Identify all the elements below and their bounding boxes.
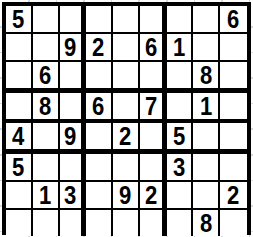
cell-r3c9[interactable] — [220, 62, 247, 93]
cell-r4c1[interactable] — [6, 93, 33, 121]
cell-r9c8[interactable]: 8 — [193, 210, 220, 236]
cell-r9c9[interactable] — [220, 210, 247, 236]
cell-r2c2[interactable] — [33, 34, 60, 62]
cell-r3c6[interactable] — [140, 62, 167, 93]
given-digit: 8 — [200, 62, 212, 88]
cell-r8c6[interactable]: 2 — [140, 182, 167, 210]
cell-r6c5[interactable]: 2 — [113, 123, 140, 154]
cell-r9c3[interactable] — [60, 210, 87, 236]
cell-r2c1[interactable] — [6, 34, 33, 62]
cell-r7c7[interactable]: 3 — [167, 154, 194, 182]
cell-r4c4[interactable]: 6 — [86, 93, 113, 121]
cell-r8c8[interactable] — [193, 182, 220, 210]
cell-r6c9[interactable] — [220, 123, 247, 154]
cell-r1c8[interactable] — [193, 6, 220, 34]
given-digit: 6 — [39, 62, 51, 88]
cell-r4c2[interactable]: 8 — [33, 93, 60, 121]
cell-r6c1[interactable]: 4 — [6, 123, 33, 154]
cell-r1c9[interactable]: 6 — [220, 6, 247, 34]
given-digit: 9 — [64, 34, 76, 60]
sudoku-screenshot: 569261688671492553139228 — [0, 0, 253, 237]
cell-r4c7[interactable] — [167, 93, 194, 121]
cell-r2c5[interactable] — [113, 34, 140, 62]
cell-r6c6[interactable] — [140, 123, 167, 154]
given-digit: 6 — [145, 34, 157, 60]
cell-r7c5[interactable] — [113, 154, 140, 182]
cell-r6c4[interactable] — [86, 123, 113, 154]
cell-r2c3[interactable]: 9 — [60, 34, 87, 62]
cell-r1c2[interactable] — [33, 6, 60, 34]
cell-r7c3[interactable] — [60, 154, 87, 182]
cell-r3c7[interactable] — [167, 62, 194, 93]
cell-r3c4[interactable] — [86, 62, 113, 93]
cell-r7c4[interactable] — [86, 154, 113, 182]
given-digit: 5 — [173, 123, 185, 149]
cell-r6c3[interactable]: 9 — [60, 123, 87, 154]
cell-r3c5[interactable] — [113, 62, 140, 93]
cell-r9c2[interactable] — [33, 210, 60, 236]
given-digit: 3 — [64, 182, 76, 208]
cell-r8c5[interactable]: 9 — [113, 182, 140, 210]
cell-r7c9[interactable] — [220, 154, 247, 182]
cell-r8c7[interactable] — [167, 182, 194, 210]
cell-r8c4[interactable] — [86, 182, 113, 210]
cell-r8c1[interactable] — [6, 182, 33, 210]
cell-r2c8[interactable] — [193, 34, 220, 62]
cell-r8c9[interactable]: 2 — [220, 182, 247, 210]
given-digit: 6 — [93, 93, 105, 119]
given-digit: 9 — [64, 123, 76, 149]
cell-r8c2[interactable]: 1 — [33, 182, 60, 210]
cell-r7c1[interactable]: 5 — [6, 154, 33, 182]
given-digit: 5 — [12, 154, 24, 180]
cell-r2c4[interactable]: 2 — [86, 34, 113, 62]
cell-r9c1[interactable] — [6, 210, 33, 236]
cell-r4c5[interactable] — [113, 93, 140, 121]
given-digit: 1 — [39, 182, 51, 208]
cell-r2c7[interactable]: 1 — [167, 34, 194, 62]
cell-r7c8[interactable] — [193, 154, 220, 182]
given-digit: 2 — [93, 34, 105, 60]
cell-r3c3[interactable] — [60, 62, 87, 93]
cell-r3c2[interactable]: 6 — [33, 62, 60, 93]
given-digit: 1 — [173, 34, 185, 60]
given-digit: 2 — [227, 182, 239, 208]
cell-r3c1[interactable] — [6, 62, 33, 93]
cell-r8c3[interactable]: 3 — [60, 182, 87, 210]
given-digit: 2 — [119, 123, 131, 149]
given-digit: 4 — [12, 123, 24, 149]
cell-r1c1[interactable]: 5 — [6, 6, 33, 34]
given-digit: 2 — [145, 182, 157, 208]
cell-r1c6[interactable] — [140, 6, 167, 34]
given-digit: 6 — [227, 6, 239, 32]
given-digit: 8 — [200, 210, 212, 236]
cell-r3c8[interactable]: 8 — [193, 62, 220, 93]
cell-r6c7[interactable]: 5 — [167, 123, 194, 154]
given-digit: 1 — [200, 93, 212, 119]
cell-r2c9[interactable] — [220, 34, 247, 62]
cell-r6c2[interactable] — [33, 123, 60, 154]
given-digit: 7 — [145, 93, 157, 119]
cell-r9c4[interactable] — [86, 210, 113, 236]
cell-r1c7[interactable] — [167, 6, 194, 34]
cell-r2c6[interactable]: 6 — [140, 34, 167, 62]
cell-r9c6[interactable] — [140, 210, 167, 236]
cell-r7c2[interactable] — [33, 154, 60, 182]
cell-r1c3[interactable] — [60, 6, 87, 34]
given-digit: 5 — [12, 6, 24, 32]
cell-r4c8[interactable]: 1 — [193, 93, 220, 121]
cell-r4c6[interactable]: 7 — [140, 93, 167, 121]
given-digit: 9 — [119, 182, 131, 208]
sudoku-board: 569261688671492553139228 — [2, 2, 251, 235]
given-digit: 8 — [39, 93, 51, 119]
cell-r6c8[interactable] — [193, 123, 220, 154]
cell-r1c4[interactable] — [86, 6, 113, 34]
cell-r1c5[interactable] — [113, 6, 140, 34]
cell-r4c3[interactable] — [60, 93, 87, 121]
given-digit: 3 — [173, 154, 185, 180]
cell-r9c7[interactable] — [167, 210, 194, 236]
cell-r9c5[interactable] — [113, 210, 140, 236]
cell-r4c9[interactable] — [220, 93, 247, 121]
sheet-gridline-right — [251, 2, 253, 235]
cell-r7c6[interactable] — [140, 154, 167, 182]
